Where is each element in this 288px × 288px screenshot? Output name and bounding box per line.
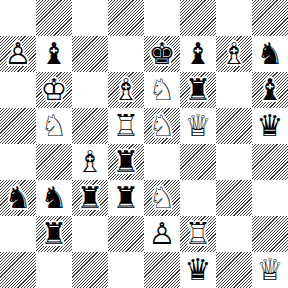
square-b2[interactable]: ♜♜: [36, 216, 72, 252]
piece-black-bishop: ♝♝: [252, 72, 288, 108]
square-b8[interactable]: [36, 0, 72, 36]
square-g4[interactable]: [216, 144, 252, 180]
square-h8[interactable]: [252, 0, 288, 36]
piece-glyph: ♗: [72, 144, 108, 180]
square-c1[interactable]: [72, 252, 108, 288]
piece-white-knight: ♞♘: [144, 72, 180, 108]
piece-white-knight: ♞♘: [144, 180, 180, 216]
piece-glyph: ♗: [216, 36, 252, 72]
piece-glyph: ♛: [180, 252, 216, 288]
square-e5[interactable]: ♞♘: [144, 108, 180, 144]
square-a6[interactable]: [0, 72, 36, 108]
square-f6[interactable]: ♜♜: [180, 72, 216, 108]
square-g6[interactable]: [216, 72, 252, 108]
square-d2[interactable]: [108, 216, 144, 252]
square-e2[interactable]: ♟♙: [144, 216, 180, 252]
square-f4[interactable]: [180, 144, 216, 180]
square-h5[interactable]: ♛♛: [252, 108, 288, 144]
piece-white-bishop: ♝♗: [216, 36, 252, 72]
piece-glyph: ♜: [108, 144, 144, 180]
piece-black-rook: ♜♜: [36, 216, 72, 252]
square-d1[interactable]: [108, 252, 144, 288]
piece-glyph: ♜: [36, 216, 72, 252]
square-g3[interactable]: [216, 180, 252, 216]
piece-glyph: ♞: [0, 180, 36, 216]
piece-white-queen: ♛♕: [252, 252, 288, 288]
square-g7[interactable]: ♝♗: [216, 36, 252, 72]
piece-white-pawn: ♟♙: [0, 36, 36, 72]
square-e6[interactable]: ♞♘: [144, 72, 180, 108]
square-a8[interactable]: [0, 0, 36, 36]
square-a2[interactable]: [0, 216, 36, 252]
piece-glyph: ♘: [36, 108, 72, 144]
piece-black-rook: ♜♜: [72, 180, 108, 216]
piece-black-queen: ♛♛: [180, 252, 216, 288]
piece-black-bishop: ♝♝: [36, 36, 72, 72]
piece-black-rook: ♜♜: [180, 72, 216, 108]
piece-glyph: ♘: [144, 180, 180, 216]
square-d7[interactable]: [108, 36, 144, 72]
square-d5[interactable]: ♜♖: [108, 108, 144, 144]
square-g2[interactable]: [216, 216, 252, 252]
piece-glyph: ♕: [252, 252, 288, 288]
square-a4[interactable]: [0, 144, 36, 180]
piece-white-rook: ♜♖: [180, 216, 216, 252]
piece-glyph: ♘: [144, 72, 180, 108]
square-c8[interactable]: [72, 0, 108, 36]
square-d6[interactable]: ♝♗: [108, 72, 144, 108]
piece-black-rook: ♜♜: [108, 180, 144, 216]
square-d8[interactable]: [108, 0, 144, 36]
chess-board: ♟♙♝♝♚♚♝♝♝♗♞♞♚♔♝♗♞♘♜♜♝♝♞♘♜♖♞♘♛♕♛♛♝♗♜♜♞♞♞♞…: [0, 0, 288, 288]
piece-white-king: ♚♔: [36, 72, 72, 108]
piece-black-king: ♚♚: [144, 36, 180, 72]
piece-glyph: ♝: [36, 36, 72, 72]
square-a7[interactable]: ♟♙: [0, 36, 36, 72]
piece-white-bishop: ♝♗: [108, 72, 144, 108]
square-b1[interactable]: [36, 252, 72, 288]
square-c6[interactable]: [72, 72, 108, 108]
piece-glyph: ♝: [252, 72, 288, 108]
square-b6[interactable]: ♚♔: [36, 72, 72, 108]
square-f2[interactable]: ♜♖: [180, 216, 216, 252]
piece-glyph: ♖: [180, 216, 216, 252]
square-f1[interactable]: ♛♛: [180, 252, 216, 288]
square-c5[interactable]: [72, 108, 108, 144]
piece-black-queen: ♛♛: [252, 108, 288, 144]
piece-glyph: ♛: [252, 108, 288, 144]
square-f8[interactable]: [180, 0, 216, 36]
square-h7[interactable]: ♞♞: [252, 36, 288, 72]
square-g5[interactable]: [216, 108, 252, 144]
piece-glyph: ♞: [36, 180, 72, 216]
square-b7[interactable]: ♝♝: [36, 36, 72, 72]
piece-glyph: ♜: [180, 72, 216, 108]
square-e4[interactable]: [144, 144, 180, 180]
piece-black-rook: ♜♜: [108, 144, 144, 180]
piece-black-knight: ♞♞: [252, 36, 288, 72]
square-h6[interactable]: ♝♝: [252, 72, 288, 108]
piece-glyph: ♜: [72, 180, 108, 216]
square-c4[interactable]: ♝♗: [72, 144, 108, 180]
piece-white-bishop: ♝♗: [72, 144, 108, 180]
square-c2[interactable]: [72, 216, 108, 252]
chess-diagram: ♟♙♝♝♚♚♝♝♝♗♞♞♚♔♝♗♞♘♜♜♝♝♞♘♜♖♞♘♛♕♛♛♝♗♜♜♞♞♞♞…: [0, 0, 288, 288]
piece-glyph: ♞: [252, 36, 288, 72]
square-d3[interactable]: ♜♜: [108, 180, 144, 216]
square-f5[interactable]: ♛♕: [180, 108, 216, 144]
square-e3[interactable]: ♞♘: [144, 180, 180, 216]
square-g1[interactable]: [216, 252, 252, 288]
piece-glyph: ♘: [144, 108, 180, 144]
square-h3[interactable]: [252, 180, 288, 216]
piece-black-knight: ♞♞: [36, 180, 72, 216]
square-g8[interactable]: [216, 0, 252, 36]
piece-white-knight: ♞♘: [36, 108, 72, 144]
square-f3[interactable]: [180, 180, 216, 216]
square-b5[interactable]: ♞♘: [36, 108, 72, 144]
piece-glyph: ♙: [144, 216, 180, 252]
square-e1[interactable]: [144, 252, 180, 288]
piece-white-rook: ♜♖: [108, 108, 144, 144]
piece-glyph: ♗: [108, 72, 144, 108]
piece-glyph: ♜: [108, 180, 144, 216]
piece-glyph: ♕: [180, 108, 216, 144]
piece-glyph: ♝: [180, 36, 216, 72]
piece-glyph: ♚: [144, 36, 180, 72]
square-b3[interactable]: ♞♞: [36, 180, 72, 216]
square-a1[interactable]: [0, 252, 36, 288]
piece-white-knight: ♞♘: [144, 108, 180, 144]
square-c7[interactable]: [72, 36, 108, 72]
square-a3[interactable]: ♞♞: [0, 180, 36, 216]
piece-glyph: ♔: [36, 72, 72, 108]
square-h4[interactable]: [252, 144, 288, 180]
piece-black-bishop: ♝♝: [180, 36, 216, 72]
piece-white-pawn: ♟♙: [144, 216, 180, 252]
square-h1[interactable]: ♛♕: [252, 252, 288, 288]
square-d4[interactable]: ♜♜: [108, 144, 144, 180]
square-h2[interactable]: [252, 216, 288, 252]
piece-black-knight: ♞♞: [0, 180, 36, 216]
square-e8[interactable]: [144, 0, 180, 36]
piece-glyph: ♙: [0, 36, 36, 72]
square-c3[interactable]: ♜♜: [72, 180, 108, 216]
square-f7[interactable]: ♝♝: [180, 36, 216, 72]
square-b4[interactable]: [36, 144, 72, 180]
piece-white-queen: ♛♕: [180, 108, 216, 144]
piece-glyph: ♖: [108, 108, 144, 144]
square-a5[interactable]: [0, 108, 36, 144]
square-e7[interactable]: ♚♚: [144, 36, 180, 72]
